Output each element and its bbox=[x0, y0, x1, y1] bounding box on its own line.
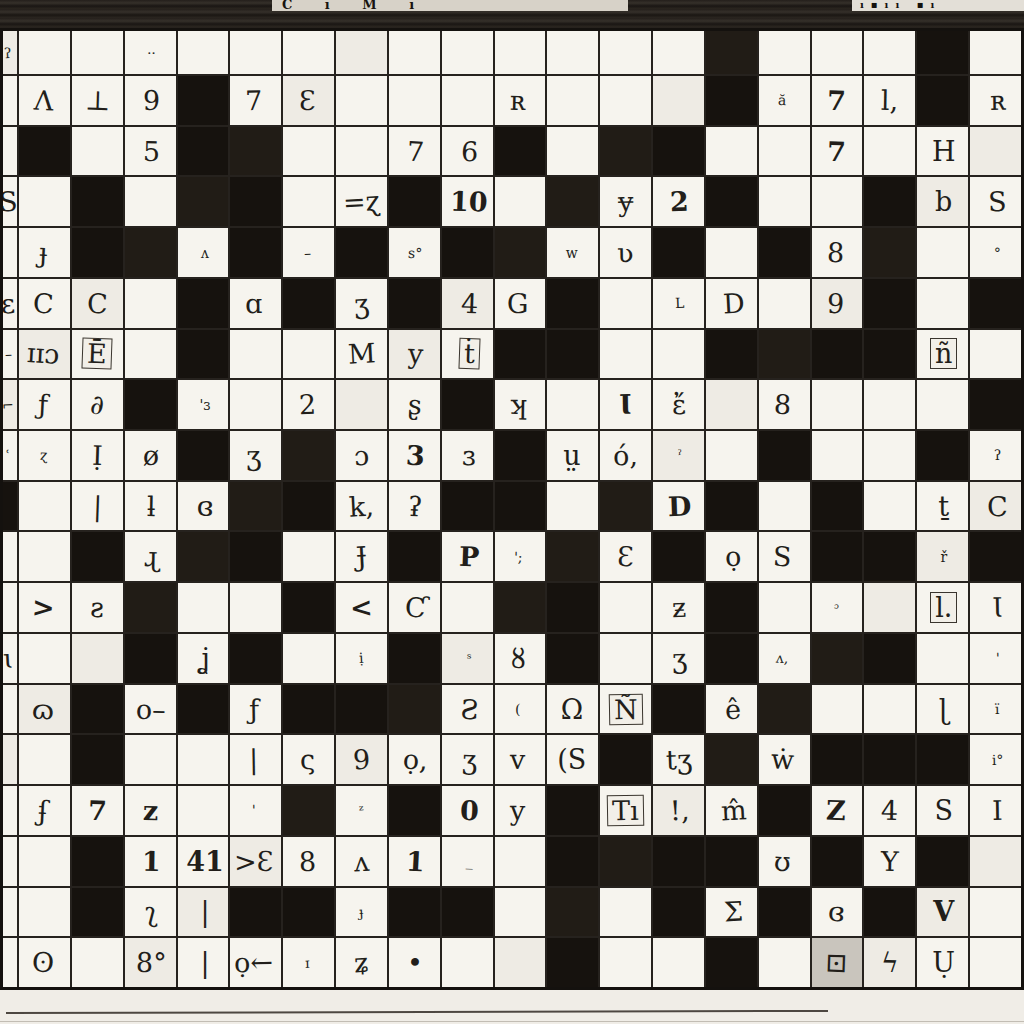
grid-cell[interactable]: ñ bbox=[917, 330, 968, 379]
grid-cell[interactable]: ˢ bbox=[442, 634, 493, 683]
grid-cell[interactable]: ʔ bbox=[970, 431, 1021, 480]
grid-cell[interactable]: ᶻ bbox=[336, 786, 387, 835]
grid-cell[interactable] bbox=[970, 31, 1021, 74]
grid-cell[interactable]: ʿ bbox=[3, 431, 17, 480]
grid-cell[interactable]: ʋ bbox=[600, 228, 651, 277]
grid-cell[interactable]: 7 bbox=[72, 786, 123, 835]
grid-cell[interactable]: k, bbox=[336, 482, 387, 531]
grid-cell[interactable]: ƶ bbox=[653, 583, 704, 632]
grid-cell[interactable]: y bbox=[495, 786, 546, 835]
grid-cell[interactable] bbox=[19, 837, 70, 886]
grid-cell[interactable] bbox=[917, 380, 968, 429]
grid-cell[interactable]: ᴏ– bbox=[125, 685, 176, 734]
grid-cell[interactable]: b bbox=[917, 177, 968, 226]
grid-cell[interactable] bbox=[812, 380, 863, 429]
grid-cell[interactable]: ʂ bbox=[389, 380, 440, 429]
grid-cell[interactable]: ř bbox=[917, 532, 968, 581]
grid-cell[interactable]: C bbox=[72, 279, 123, 328]
grid-cell[interactable] bbox=[864, 127, 915, 176]
grid-cell[interactable] bbox=[759, 31, 810, 74]
cell-glyph: ă bbox=[778, 93, 787, 107]
grid-cell[interactable]: v bbox=[495, 735, 546, 784]
grid-cell[interactable] bbox=[19, 532, 70, 581]
grid-cell[interactable] bbox=[72, 634, 123, 683]
grid-cell[interactable] bbox=[864, 31, 915, 74]
grid-cell[interactable] bbox=[970, 127, 1021, 176]
grid-cell[interactable]: S bbox=[759, 532, 810, 581]
black-cell bbox=[283, 888, 334, 937]
grid-cell[interactable]: ɀ bbox=[19, 431, 70, 480]
grid-cell[interactable] bbox=[19, 634, 70, 683]
grid-cell[interactable] bbox=[759, 938, 810, 987]
grid-cell[interactable] bbox=[125, 735, 176, 784]
grid-cell[interactable]: ẇ bbox=[759, 735, 810, 784]
grid-cell[interactable] bbox=[336, 127, 387, 176]
grid-cell[interactable] bbox=[178, 735, 229, 784]
grid-cell[interactable]: 41 bbox=[178, 837, 229, 886]
grid-cell[interactable] bbox=[3, 888, 17, 937]
grid-cell[interactable] bbox=[864, 583, 915, 632]
grid-cell[interactable]: ɭ bbox=[917, 685, 968, 734]
grid-cell[interactable] bbox=[653, 938, 704, 987]
grid-cell[interactable]: ï bbox=[970, 685, 1021, 734]
grid-cell[interactable]: ⊡ bbox=[812, 938, 863, 987]
grid-cell[interactable] bbox=[3, 228, 17, 277]
grid-cell[interactable]: 3 bbox=[389, 431, 440, 480]
grid-cell[interactable]: Ɩ bbox=[600, 380, 651, 429]
grid-cell[interactable] bbox=[600, 583, 651, 632]
grid-cell[interactable]: ọ← bbox=[230, 938, 281, 987]
grid-cell[interactable]: Λ bbox=[19, 76, 70, 125]
cell-glyph: ɛ bbox=[3, 289, 16, 317]
cell-glyph: D bbox=[722, 289, 745, 317]
grid-cell[interactable] bbox=[547, 76, 598, 125]
grid-cell[interactable]: • bbox=[389, 938, 440, 987]
grid-cell[interactable]: m̂ bbox=[706, 786, 757, 835]
grid-cell[interactable]: ʄ bbox=[19, 786, 70, 835]
cell-glyph: ɜ bbox=[462, 442, 477, 469]
grid-cell[interactable]: ʝ bbox=[178, 634, 229, 683]
grid-cell[interactable]: ᵓ bbox=[812, 583, 863, 632]
grid-cell[interactable]: =ɀ bbox=[336, 177, 387, 226]
grid-cell[interactable]: L bbox=[653, 279, 704, 328]
grid-cell[interactable]: ṫ bbox=[442, 330, 493, 379]
grid-cell[interactable] bbox=[917, 634, 968, 683]
crossword-grid[interactable]: ʔ··Λ⊥97Ɛʀă7l,ʀ5767HS=ɀ10ɏ2bSɟʌ–s°ᴡʋ8°ɛCC… bbox=[0, 28, 1024, 990]
grid-cell[interactable] bbox=[706, 127, 757, 176]
cell-glyph: ʒ bbox=[353, 289, 370, 317]
grid-cell[interactable]: D bbox=[653, 482, 704, 531]
grid-cell[interactable] bbox=[3, 837, 17, 886]
grid-cell[interactable] bbox=[917, 228, 968, 277]
grid-cell[interactable] bbox=[970, 888, 1021, 937]
grid-cell[interactable]: ă bbox=[759, 76, 810, 125]
grid-cell[interactable]: ʔ bbox=[3, 31, 17, 74]
grid-cell[interactable]: ṳ bbox=[547, 431, 598, 480]
grid-cell[interactable]: Σ bbox=[706, 888, 757, 937]
grid-cell[interactable]: ϟ bbox=[864, 938, 915, 987]
grid-cell[interactable]: 7 bbox=[812, 127, 863, 176]
grid-cell[interactable]: D bbox=[706, 279, 757, 328]
grid-cell[interactable]: ˀ bbox=[653, 431, 704, 480]
grid-cell[interactable]: ʞ bbox=[495, 380, 546, 429]
grid-cell[interactable]: 7 bbox=[812, 76, 863, 125]
grid-cell[interactable]: M bbox=[336, 330, 387, 379]
grid-cell[interactable] bbox=[19, 735, 70, 784]
grid-cell[interactable]: – bbox=[3, 330, 17, 379]
grid-cell[interactable]: ʅ bbox=[125, 888, 176, 937]
grid-cell[interactable]: | bbox=[230, 735, 281, 784]
grid-cell[interactable] bbox=[442, 938, 493, 987]
grid-cell[interactable]: P bbox=[442, 532, 493, 581]
grid-cell[interactable]: – bbox=[283, 228, 334, 277]
grid-cell[interactable]: ʀ bbox=[970, 76, 1021, 125]
grid-cell[interactable]: ɏ bbox=[600, 177, 651, 226]
grid-cell[interactable]: ɷ bbox=[19, 685, 70, 734]
grid-cell[interactable]: ó, bbox=[600, 431, 651, 480]
grid-cell[interactable]: ʌ bbox=[336, 837, 387, 886]
grid-cell[interactable]: 8 bbox=[283, 837, 334, 886]
grid-cell[interactable]: 0 bbox=[442, 786, 493, 835]
grid-cell[interactable]: ⌐ bbox=[3, 380, 17, 429]
cell-glyph: ς bbox=[300, 746, 316, 774]
grid-cell[interactable]: 2 bbox=[653, 177, 704, 226]
grid-cell[interactable]: ᴡ bbox=[547, 228, 598, 277]
grid-cell[interactable]: ∂ bbox=[72, 380, 123, 429]
grid-cell[interactable]: '; bbox=[495, 532, 546, 581]
grid-cell[interactable]: ɻ bbox=[125, 532, 176, 581]
black-cell bbox=[864, 228, 915, 277]
grid-cell[interactable]: 8° bbox=[125, 938, 176, 987]
grid-cell[interactable] bbox=[3, 127, 17, 176]
grid-cell[interactable] bbox=[3, 685, 17, 734]
grid-cell[interactable] bbox=[812, 685, 863, 734]
grid-cell[interactable]: ' bbox=[230, 786, 281, 835]
grid-cell[interactable] bbox=[283, 127, 334, 176]
grid-cell[interactable]: > bbox=[19, 583, 70, 632]
grid-cell[interactable]: G bbox=[495, 279, 546, 328]
grid-cell[interactable] bbox=[495, 888, 546, 937]
grid-cell[interactable]: ς bbox=[283, 735, 334, 784]
grid-cell[interactable]: Ụ bbox=[917, 938, 968, 987]
grid-cell[interactable] bbox=[600, 31, 651, 74]
grid-cell[interactable]: ʊ bbox=[759, 837, 810, 886]
grid-cell[interactable]: ɞ bbox=[812, 888, 863, 937]
grid-cell[interactable] bbox=[653, 330, 704, 379]
grid-cell[interactable] bbox=[706, 380, 757, 429]
grid-cell[interactable]: ọ bbox=[706, 532, 757, 581]
grid-cell[interactable] bbox=[389, 76, 440, 125]
grid-cell[interactable]: ʌ bbox=[178, 228, 229, 277]
grid-cell[interactable] bbox=[442, 31, 493, 74]
grid-cell[interactable] bbox=[759, 482, 810, 531]
black-cell bbox=[812, 634, 863, 683]
grid-cell[interactable]: ° bbox=[970, 228, 1021, 277]
grid-cell[interactable]: ɜ bbox=[442, 431, 493, 480]
grid-cell[interactable] bbox=[178, 31, 229, 74]
grid-cell[interactable]: ʀ bbox=[495, 76, 546, 125]
grid-cell[interactable]: ·· bbox=[125, 31, 176, 74]
grid-cell[interactable]: Y bbox=[864, 837, 915, 886]
grid-cell[interactable]: ɟ bbox=[19, 228, 70, 277]
grid-cell[interactable]: H bbox=[917, 127, 968, 176]
grid-cell[interactable] bbox=[3, 938, 17, 987]
grid-cell[interactable] bbox=[917, 279, 968, 328]
grid-cell[interactable]: y bbox=[389, 330, 440, 379]
grid-cell[interactable] bbox=[230, 31, 281, 74]
grid-cell[interactable]: ɛ bbox=[3, 279, 17, 328]
grid-cell[interactable] bbox=[442, 583, 493, 632]
grid-cell[interactable] bbox=[19, 888, 70, 937]
grid-cell[interactable]: ʒ bbox=[442, 735, 493, 784]
grid-cell[interactable] bbox=[970, 837, 1021, 886]
grid-cell[interactable]: ʘ bbox=[19, 938, 70, 987]
grid-cell[interactable]: ɑ bbox=[230, 279, 281, 328]
grid-cell[interactable]: ʒ bbox=[230, 431, 281, 480]
grid-cell[interactable] bbox=[970, 938, 1021, 987]
cell-glyph: ï bbox=[995, 702, 1000, 716]
grid-cell[interactable]: Ɉ bbox=[336, 532, 387, 581]
grid-cell[interactable] bbox=[547, 380, 598, 429]
grid-cell[interactable]: Tı bbox=[600, 786, 651, 835]
grid-cell[interactable] bbox=[812, 431, 863, 480]
grid-cell[interactable] bbox=[336, 76, 387, 125]
grid-cell[interactable]: Ω bbox=[547, 685, 598, 734]
black-cell bbox=[706, 31, 757, 74]
black-cell bbox=[706, 634, 757, 683]
grid-cell[interactable] bbox=[178, 583, 229, 632]
grid-cell[interactable] bbox=[864, 482, 915, 531]
grid-cell[interactable]: 7 bbox=[230, 76, 281, 125]
grid-cell[interactable] bbox=[812, 177, 863, 226]
grid-cell[interactable] bbox=[864, 431, 915, 480]
grid-cell[interactable]: ( bbox=[495, 685, 546, 734]
grid-cell[interactable]: S bbox=[3, 177, 17, 226]
grid-cell[interactable] bbox=[495, 938, 546, 987]
grid-cell[interactable] bbox=[864, 685, 915, 734]
grid-cell[interactable] bbox=[442, 76, 493, 125]
grid-cell[interactable] bbox=[653, 31, 704, 74]
grid-cell[interactable] bbox=[19, 482, 70, 531]
grid-cell[interactable] bbox=[72, 127, 123, 176]
grid-cell[interactable]: Ɛ bbox=[600, 532, 651, 581]
grid-cell[interactable]: ɪɪɔ bbox=[19, 330, 70, 379]
grid-cell[interactable]: ʒ bbox=[336, 279, 387, 328]
grid-cell[interactable] bbox=[72, 938, 123, 987]
grid-cell[interactable] bbox=[125, 330, 176, 379]
grid-cell[interactable] bbox=[3, 735, 17, 784]
grid-cell[interactable] bbox=[970, 330, 1021, 379]
grid-cell[interactable]: z bbox=[125, 786, 176, 835]
grid-cell[interactable]: ọ, bbox=[389, 735, 440, 784]
grid-cell[interactable]: 1 bbox=[125, 837, 176, 886]
grid-cell[interactable] bbox=[600, 634, 651, 683]
grid-cell[interactable] bbox=[864, 380, 915, 429]
black-cell bbox=[495, 431, 546, 480]
grid-cell[interactable]: >Ɛ bbox=[230, 837, 281, 886]
grid-cell[interactable] bbox=[706, 228, 757, 277]
grid-cell[interactable]: < bbox=[336, 583, 387, 632]
grid-cell[interactable] bbox=[547, 31, 598, 74]
grid-cell[interactable] bbox=[600, 888, 651, 937]
grid-cell[interactable]: 4 bbox=[442, 279, 493, 328]
grid-cell[interactable] bbox=[653, 76, 704, 125]
grid-cell[interactable]: ƒ bbox=[19, 380, 70, 429]
grid-cell[interactable]: ƚ bbox=[125, 482, 176, 531]
grid-cell[interactable] bbox=[125, 279, 176, 328]
grid-cell[interactable] bbox=[495, 31, 546, 74]
grid-cell[interactable]: ị bbox=[336, 634, 387, 683]
grid-cell[interactable] bbox=[706, 431, 757, 480]
grid-cell[interactable]: Ị bbox=[72, 431, 123, 480]
grid-cell[interactable] bbox=[600, 330, 651, 379]
grid-cell[interactable]: 'ɜ bbox=[178, 380, 229, 429]
grid-cell[interactable]: 5 bbox=[125, 127, 176, 176]
grid-cell[interactable] bbox=[230, 380, 281, 429]
grid-cell[interactable]: V bbox=[917, 888, 968, 937]
grid-cell[interactable]: S bbox=[970, 177, 1021, 226]
grid-cell[interactable] bbox=[389, 31, 440, 74]
grid-cell[interactable]: ʑ bbox=[336, 938, 387, 987]
grid-cell[interactable]: Ñ bbox=[600, 685, 651, 734]
grid-cell[interactable] bbox=[3, 583, 17, 632]
grid-cell[interactable]: ȣ bbox=[495, 634, 546, 683]
grid-cell[interactable]: ṯ bbox=[917, 482, 968, 531]
grid-cell[interactable]: ɔ bbox=[336, 431, 387, 480]
black-cell bbox=[547, 177, 598, 226]
grid-cell[interactable] bbox=[125, 177, 176, 226]
grid-cell[interactable]: (S bbox=[547, 735, 598, 784]
grid-cell[interactable] bbox=[759, 177, 810, 226]
grid-cell[interactable] bbox=[336, 380, 387, 429]
grid-cell[interactable]: 10 bbox=[442, 177, 493, 226]
grid-cell[interactable]: ø bbox=[125, 431, 176, 480]
black-cell bbox=[864, 279, 915, 328]
black-cell bbox=[389, 685, 440, 734]
grid-cell[interactable] bbox=[759, 583, 810, 632]
grid-cell[interactable]: ê bbox=[706, 685, 757, 734]
cell-glyph: ɷ bbox=[32, 695, 56, 723]
black-cell bbox=[283, 685, 334, 734]
grid-cell[interactable]: i° bbox=[970, 735, 1021, 784]
grid-cell[interactable]: S bbox=[917, 786, 968, 835]
black-cell bbox=[864, 532, 915, 581]
grid-cell[interactable]: ἔ bbox=[653, 380, 704, 429]
grid-cell[interactable]: Ɛ bbox=[283, 76, 334, 125]
grid-cell[interactable]: 4 bbox=[864, 786, 915, 835]
grid-cell[interactable]: C bbox=[19, 279, 70, 328]
grid-cell[interactable] bbox=[336, 31, 387, 74]
grid-cell[interactable] bbox=[3, 532, 17, 581]
grid-cell[interactable]: Ƨ bbox=[442, 685, 493, 734]
grid-cell[interactable]: 2 bbox=[283, 380, 334, 429]
grid-cell[interactable] bbox=[759, 279, 810, 328]
black-cell bbox=[706, 837, 757, 886]
grid-cell[interactable]: ɪ bbox=[283, 938, 334, 987]
grid-cell[interactable] bbox=[547, 127, 598, 176]
grid-cell[interactable]: ƒ bbox=[230, 685, 281, 734]
grid-cell[interactable]: 6 bbox=[442, 127, 493, 176]
grid-cell[interactable] bbox=[283, 177, 334, 226]
grid-cell[interactable]: | bbox=[72, 482, 123, 531]
grid-cell[interactable] bbox=[495, 837, 546, 886]
grid-cell[interactable]: 8 bbox=[812, 228, 863, 277]
grid-cell[interactable]: l, bbox=[864, 76, 915, 125]
grid-cell[interactable] bbox=[600, 76, 651, 125]
grid-cell[interactable]: ʒ bbox=[653, 634, 704, 683]
cell-glyph: !, bbox=[669, 797, 689, 825]
grid-cell[interactable]: 8 bbox=[759, 380, 810, 429]
cell-glyph: ƒ bbox=[249, 695, 259, 722]
grid-cell[interactable]: 9 bbox=[812, 279, 863, 328]
grid-cell[interactable]: s° bbox=[389, 228, 440, 277]
grid-cell[interactable] bbox=[600, 279, 651, 328]
grid-cell[interactable]: I bbox=[970, 786, 1021, 835]
grid-cell[interactable]: Ē bbox=[72, 330, 123, 379]
grid-cell[interactable]: ƨ bbox=[72, 583, 123, 632]
grid-cell[interactable]: 9 bbox=[336, 735, 387, 784]
grid-cell[interactable] bbox=[72, 31, 123, 74]
grid-cell[interactable]: ʌ, bbox=[759, 634, 810, 683]
grid-cell[interactable]: ' bbox=[970, 634, 1021, 683]
grid-cell[interactable] bbox=[283, 634, 334, 683]
grid-cell[interactable] bbox=[283, 532, 334, 581]
cell-glyph: ɭ bbox=[939, 696, 949, 723]
grid-cell[interactable]: ʡ bbox=[389, 482, 440, 531]
grid-cell[interactable]: ɞ bbox=[178, 482, 229, 531]
grid-cell[interactable]: Ƈ bbox=[389, 583, 440, 632]
grid-cell[interactable] bbox=[812, 31, 863, 74]
grid-cell[interactable] bbox=[600, 938, 651, 987]
cell-glyph: Ɩ bbox=[992, 594, 1003, 621]
grid-cell[interactable] bbox=[283, 330, 334, 379]
grid-cell[interactable] bbox=[283, 31, 334, 74]
grid-cell[interactable]: 9 bbox=[125, 76, 176, 125]
cell-glyph: ɟ bbox=[38, 239, 48, 266]
grid-cell[interactable]: | bbox=[178, 938, 229, 987]
black-cell bbox=[72, 177, 123, 226]
grid-cell[interactable]: tʒ bbox=[653, 735, 704, 784]
grid-cell[interactable]: | bbox=[178, 888, 229, 937]
black-cell bbox=[600, 837, 651, 886]
grid-cell[interactable] bbox=[19, 31, 70, 74]
black-cell bbox=[970, 279, 1021, 328]
bottom-margin bbox=[0, 990, 1024, 1024]
grid-cell[interactable]: Z bbox=[812, 786, 863, 835]
grid-cell[interactable] bbox=[3, 76, 17, 125]
grid-cell[interactable]: ɩ bbox=[3, 634, 17, 683]
grid-cell[interactable] bbox=[230, 330, 281, 379]
grid-cell[interactable] bbox=[230, 583, 281, 632]
grid-cell[interactable]: !, bbox=[653, 786, 704, 835]
grid-cell[interactable]: ɟ bbox=[336, 888, 387, 937]
grid-cell[interactable]: Ɩ bbox=[970, 583, 1021, 632]
grid-cell[interactable]: 7 bbox=[389, 127, 440, 176]
grid-cell[interactable] bbox=[547, 482, 598, 531]
grid-cell[interactable] bbox=[495, 177, 546, 226]
grid-cell[interactable]: l. bbox=[917, 583, 968, 632]
grid-cell[interactable]: ⊥ bbox=[72, 76, 123, 125]
grid-cell[interactable]: _ bbox=[442, 837, 493, 886]
grid-cell[interactable]: C bbox=[970, 482, 1021, 531]
black-cell bbox=[3, 482, 17, 531]
black-cell bbox=[547, 583, 598, 632]
grid-cell[interactable]: 1 bbox=[389, 837, 440, 886]
grid-cell[interactable] bbox=[178, 786, 229, 835]
grid-cell[interactable] bbox=[3, 786, 17, 835]
grid-cell[interactable] bbox=[759, 127, 810, 176]
grid-cell[interactable] bbox=[19, 177, 70, 226]
